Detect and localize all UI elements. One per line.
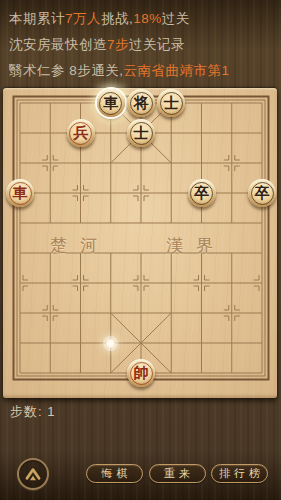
expand-button[interactable] [17, 458, 49, 490]
xiangqi-board[interactable]: 楚河 漢界 車将士兵士車卒卒帥 [3, 88, 277, 398]
challenge-stats: 本期累计7万人挑战,18%过关 沈安房最快创造7步过关记录 翳术仁参 8步通关,… [9, 6, 275, 84]
action-bar: 悔棋 重来 排行榜 [86, 464, 268, 483]
red-piece-車[interactable]: 車 [6, 179, 34, 207]
piece-character: 兵 [73, 125, 88, 140]
black-piece-将[interactable]: 将 [127, 89, 155, 117]
restart-button[interactable]: 重来 [149, 464, 206, 483]
chevron-up-icon [19, 460, 47, 488]
step-counter-label: 步数: [10, 404, 43, 419]
black-piece-車[interactable]: 車 [97, 89, 125, 117]
piece-character: 卒 [194, 185, 209, 200]
piece-character: 士 [134, 125, 149, 140]
leaderboard-button[interactable]: 排行榜 [211, 464, 268, 483]
red-piece-兵[interactable]: 兵 [67, 119, 95, 147]
black-piece-卒[interactable]: 卒 [248, 179, 276, 207]
piece-character: 帥 [134, 365, 149, 380]
river-label-chu: 楚河 [50, 235, 110, 255]
step-counter-value: 1 [47, 404, 55, 419]
piece-character: 車 [13, 185, 28, 200]
piece-character: 車 [103, 95, 118, 110]
stats-line-2: 沈安房最快创造7步过关记录 [9, 32, 275, 58]
undo-button[interactable]: 悔棋 [86, 464, 143, 483]
black-piece-卒[interactable]: 卒 [188, 179, 216, 207]
river-label-han: 漢界 [166, 235, 226, 255]
black-piece-士[interactable]: 士 [127, 119, 155, 147]
game-screen: 本期累计7万人挑战,18%过关 沈安房最快创造7步过关记录 翳术仁参 8步通关,… [0, 0, 281, 500]
move-target-dot[interactable] [106, 339, 115, 348]
red-piece-帥[interactable]: 帥 [127, 359, 155, 387]
step-counter: 步数: 1 [10, 403, 55, 421]
piece-character: 卒 [255, 185, 270, 200]
piece-character: 士 [164, 95, 179, 110]
stats-line-1: 本期累计7万人挑战,18%过关 [9, 6, 275, 32]
stats-line-3: 翳术仁参 8步通关,云南省曲靖市第1 [9, 58, 275, 84]
piece-character: 将 [134, 95, 149, 110]
